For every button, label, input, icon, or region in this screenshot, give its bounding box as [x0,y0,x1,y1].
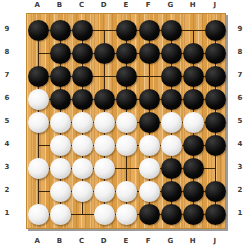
intersection-F2[interactable] [138,180,160,203]
black-stone [50,66,71,87]
intersection-A7[interactable] [27,65,49,88]
col-label-top-A: A [29,1,45,10]
intersection-F8[interactable] [138,42,160,65]
row-label-left-1: 1 [0,209,14,218]
intersection-J5[interactable] [205,111,227,134]
intersection-J2[interactable] [205,180,227,203]
black-stone [183,66,204,87]
white-stone [139,135,160,156]
intersection-D7[interactable] [94,65,116,88]
black-stone [183,181,204,202]
intersection-B9[interactable] [49,19,71,42]
intersection-A6[interactable] [27,88,49,111]
grid-line-horizontal [38,53,49,54]
row-label-right-8: 8 [233,48,247,57]
intersection-A5[interactable] [27,111,49,134]
intersection-H2[interactable] [183,180,205,203]
white-stone [50,135,71,156]
intersection-B7[interactable] [49,65,71,88]
white-stone [94,204,115,225]
intersection-C8[interactable] [71,42,93,65]
black-stone [139,89,160,110]
intersection-A4[interactable] [27,134,49,157]
black-stone [50,43,71,64]
white-stone [94,135,115,156]
col-label-bottom-J: J [207,237,223,246]
intersection-J9[interactable] [205,19,227,42]
intersection-E5[interactable] [116,111,138,134]
grid-line-horizontal [205,168,216,169]
intersection-H7[interactable] [183,65,205,88]
col-label-top-C: C [74,1,90,10]
black-stone [139,43,160,64]
black-stone [205,66,226,87]
black-stone [139,112,160,133]
intersection-C9[interactable] [71,19,93,42]
intersection-B1[interactable] [49,203,71,226]
intersection-F6[interactable] [138,88,160,111]
white-stone [72,181,93,202]
black-stone [139,20,160,41]
black-stone [183,89,204,110]
white-stone [116,204,137,225]
go-board-diagram: AABBCCDDEEFFGGHHJJ998877665544332211 [0,0,250,250]
intersection-G1[interactable] [160,203,182,226]
row-label-left-9: 9 [0,25,14,34]
intersection-J7[interactable] [205,65,227,88]
black-stone [161,204,182,225]
intersection-C4[interactable] [71,134,93,157]
intersection-G4[interactable] [160,134,182,157]
col-label-bottom-F: F [140,237,156,246]
intersection-J3[interactable] [205,157,227,180]
black-stone [72,89,93,110]
grid-line-vertical [104,65,105,88]
intersection-E7[interactable] [116,65,138,88]
black-stone [161,158,182,179]
intersection-H5[interactable] [183,111,205,134]
intersection-D6[interactable] [94,88,116,111]
white-stone [139,158,160,179]
row-label-left-6: 6 [0,94,14,103]
black-stone [94,89,115,110]
col-label-bottom-E: E [118,237,134,246]
go-board [26,13,226,229]
intersection-C6[interactable] [71,88,93,111]
grid-line-vertical [38,134,39,157]
row-label-left-5: 5 [0,117,14,126]
row-label-right-4: 4 [233,140,247,149]
intersection-A9[interactable] [27,19,49,42]
black-stone [205,20,226,41]
intersection-F5[interactable] [138,111,160,134]
intersection-H3[interactable] [183,157,205,180]
intersection-B8[interactable] [49,42,71,65]
grid-line-vertical [82,203,83,215]
grid-line-horizontal [38,145,49,146]
col-label-top-D: D [96,1,112,10]
grid-line-vertical [193,30,194,42]
intersection-F3[interactable] [138,157,160,180]
intersection-J1[interactable] [205,203,227,226]
intersection-B2[interactable] [49,180,71,203]
row-label-left-7: 7 [0,71,14,80]
black-stone [183,204,204,225]
intersection-D4[interactable] [94,134,116,157]
intersection-B4[interactable] [49,134,71,157]
black-stone [205,112,226,133]
grid-line-vertical [149,65,150,88]
white-stone [50,112,71,133]
grid-line-vertical [104,30,105,42]
intersection-F7[interactable] [138,65,160,88]
col-label-bottom-G: G [162,237,178,246]
intersection-D2[interactable] [94,180,116,203]
white-stone [50,204,71,225]
row-label-right-7: 7 [233,71,247,80]
white-stone [72,112,93,133]
row-label-right-3: 3 [233,163,247,172]
white-stone [28,112,49,133]
intersection-H4[interactable] [183,134,205,157]
intersection-H1[interactable] [183,203,205,226]
white-stone [72,135,93,156]
intersection-D1[interactable] [94,203,116,226]
black-stone [161,181,182,202]
row-label-right-2: 2 [233,186,247,195]
intersection-G3[interactable] [160,157,182,180]
black-stone [28,66,49,87]
intersection-C3[interactable] [71,157,93,180]
intersection-A1[interactable] [27,203,49,226]
intersection-G7[interactable] [160,65,182,88]
intersection-E2[interactable] [116,180,138,203]
white-stone [94,112,115,133]
intersection-A8[interactable] [27,42,49,65]
white-stone [116,112,137,133]
black-stone [183,135,204,156]
col-label-top-H: H [185,1,201,10]
grid-line-horizontal [38,191,49,192]
col-label-top-G: G [162,1,178,10]
black-stone [205,204,226,225]
white-stone [161,112,182,133]
col-label-top-F: F [140,1,156,10]
col-label-bottom-D: D [96,237,112,246]
col-label-bottom-A: A [29,237,45,246]
intersection-J8[interactable] [205,42,227,65]
row-label-right-5: 5 [233,117,247,126]
black-stone [183,158,204,179]
white-stone [183,112,204,133]
white-stone [28,89,49,110]
intersection-D9[interactable] [94,19,116,42]
intersection-A3[interactable] [27,157,49,180]
intersection-G9[interactable] [160,19,182,42]
black-stone [72,66,93,87]
black-stone [116,89,137,110]
row-label-right-6: 6 [233,94,247,103]
intersection-F9[interactable] [138,19,160,42]
black-stone [116,66,137,87]
black-stone [72,43,93,64]
intersection-C7[interactable] [71,65,93,88]
intersection-H9[interactable] [183,19,205,42]
intersection-E6[interactable] [116,88,138,111]
intersection-G2[interactable] [160,180,182,203]
intersection-G6[interactable] [160,88,182,111]
white-stone [94,181,115,202]
row-label-left-3: 3 [0,163,14,172]
col-label-bottom-H: H [185,237,201,246]
intersection-D8[interactable] [94,42,116,65]
black-stone [205,181,226,202]
intersection-H8[interactable] [183,42,205,65]
black-stone [50,89,71,110]
intersection-D3[interactable] [94,157,116,180]
intersection-A2[interactable] [27,180,49,203]
intersection-B6[interactable] [49,88,71,111]
intersection-B5[interactable] [49,111,71,134]
black-stone [139,204,160,225]
col-label-bottom-C: C [74,237,90,246]
black-stone [72,20,93,41]
grid-line-vertical [126,157,127,180]
intersection-G8[interactable] [160,42,182,65]
white-stone [50,158,71,179]
black-stone [161,43,182,64]
black-stone [161,66,182,87]
row-label-left-2: 2 [0,186,14,195]
black-stone [116,20,137,41]
intersection-H6[interactable] [183,88,205,111]
col-label-top-E: E [118,1,134,10]
intersection-E1[interactable] [116,203,138,226]
intersection-J4[interactable] [205,134,227,157]
intersection-D5[interactable] [94,111,116,134]
black-stone [50,20,71,41]
intersection-E9[interactable] [116,19,138,42]
grid-line-vertical [38,42,39,65]
grid-line-vertical [215,157,216,180]
white-stone [72,158,93,179]
white-stone [116,181,137,202]
intersection-C1[interactable] [71,203,93,226]
white-stone [28,204,49,225]
intersection-E3[interactable] [116,157,138,180]
black-stone [205,135,226,156]
white-stone [161,135,182,156]
intersection-G5[interactable] [160,111,182,134]
white-stone [139,181,160,202]
white-stone [50,181,71,202]
white-stone [94,158,115,179]
intersection-E8[interactable] [116,42,138,65]
intersection-B3[interactable] [49,157,71,180]
white-stone [28,158,49,179]
intersection-F1[interactable] [138,203,160,226]
black-stone [161,20,182,41]
black-stone [183,43,204,64]
col-label-bottom-B: B [51,237,67,246]
black-stone [205,43,226,64]
col-label-top-B: B [51,1,67,10]
black-stone [205,89,226,110]
intersection-C2[interactable] [71,180,93,203]
intersection-C5[interactable] [71,111,93,134]
black-stone [161,89,182,110]
intersection-J6[interactable] [205,88,227,111]
intersection-F4[interactable] [138,134,160,157]
black-stone [28,20,49,41]
row-label-left-8: 8 [0,48,14,57]
row-label-left-4: 4 [0,140,14,149]
col-label-top-J: J [207,1,223,10]
grid-line-vertical [38,180,39,203]
black-stone [94,43,115,64]
intersection-E4[interactable] [116,134,138,157]
black-stone [116,43,137,64]
row-label-right-1: 1 [233,209,247,218]
white-stone [116,135,137,156]
row-label-right-9: 9 [233,25,247,34]
